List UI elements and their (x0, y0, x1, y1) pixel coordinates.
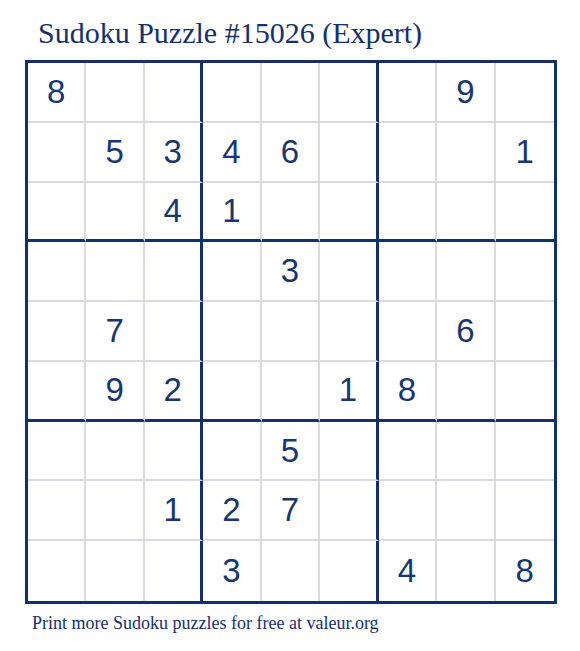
cell-r4c4 (203, 242, 261, 302)
cell-r5c9 (496, 302, 554, 362)
cell-r6c2: 9 (86, 362, 144, 422)
cell-r4c1 (28, 242, 86, 302)
cell-r4c7 (379, 242, 437, 302)
cell-r6c9 (496, 362, 554, 422)
cell-r1c6 (320, 63, 378, 123)
cell-r3c5 (262, 183, 320, 243)
cell-r7c3 (145, 422, 203, 482)
cell-r9c6 (320, 541, 378, 601)
cell-r1c3 (145, 63, 203, 123)
cell-r3c9 (496, 183, 554, 243)
cell-r5c8: 6 (437, 302, 495, 362)
cell-r6c5 (262, 362, 320, 422)
cell-r2c2: 5 (86, 123, 144, 183)
cell-r9c3 (145, 541, 203, 601)
cell-r2c3: 3 (145, 123, 203, 183)
cell-r6c3: 2 (145, 362, 203, 422)
cell-r9c8 (437, 541, 495, 601)
cell-r9c9: 8 (496, 541, 554, 601)
cell-r2c1 (28, 123, 86, 183)
cell-r6c6: 1 (320, 362, 378, 422)
cell-r8c8 (437, 481, 495, 541)
cell-r2c8 (437, 123, 495, 183)
cell-r4c3 (145, 242, 203, 302)
cell-r5c3 (145, 302, 203, 362)
cell-r4c6 (320, 242, 378, 302)
cell-r4c9 (496, 242, 554, 302)
cell-r1c7 (379, 63, 437, 123)
cell-r6c1 (28, 362, 86, 422)
cell-r1c2 (86, 63, 144, 123)
cell-r3c7 (379, 183, 437, 243)
cell-r7c4 (203, 422, 261, 482)
cell-r6c4 (203, 362, 261, 422)
cell-r8c7 (379, 481, 437, 541)
cell-r8c1 (28, 481, 86, 541)
cell-r5c1 (28, 302, 86, 362)
cell-r1c1: 8 (28, 63, 86, 123)
cell-r4c5: 3 (262, 242, 320, 302)
cell-r3c6 (320, 183, 378, 243)
cell-r9c7: 4 (379, 541, 437, 601)
cell-r3c8 (437, 183, 495, 243)
cell-r8c3: 1 (145, 481, 203, 541)
footer-text: Print more Sudoku puzzles for free at va… (32, 613, 379, 634)
cell-r7c1 (28, 422, 86, 482)
cell-r6c7: 8 (379, 362, 437, 422)
cell-r9c5 (262, 541, 320, 601)
cell-r8c9 (496, 481, 554, 541)
cell-r7c8 (437, 422, 495, 482)
cell-r9c4: 3 (203, 541, 261, 601)
cell-r7c9 (496, 422, 554, 482)
cell-r1c9 (496, 63, 554, 123)
cell-r3c3: 4 (145, 183, 203, 243)
cell-r1c5 (262, 63, 320, 123)
cell-r1c4 (203, 63, 261, 123)
cell-r2c7 (379, 123, 437, 183)
cell-r3c4: 1 (203, 183, 261, 243)
cell-r4c2 (86, 242, 144, 302)
cell-r3c2 (86, 183, 144, 243)
sudoku-board: 89534614137692185127348 (25, 60, 557, 604)
cell-r2c4: 4 (203, 123, 261, 183)
cell-r9c1 (28, 541, 86, 601)
cell-r5c2: 7 (86, 302, 144, 362)
cell-r1c8: 9 (437, 63, 495, 123)
cell-r5c7 (379, 302, 437, 362)
cell-r3c1 (28, 183, 86, 243)
cell-r9c2 (86, 541, 144, 601)
cell-r5c4 (203, 302, 261, 362)
cell-r2c9: 1 (496, 123, 554, 183)
cell-r5c5 (262, 302, 320, 362)
cell-r8c4: 2 (203, 481, 261, 541)
cell-r7c6 (320, 422, 378, 482)
cell-r7c2 (86, 422, 144, 482)
cell-r8c2 (86, 481, 144, 541)
page-title: Sudoku Puzzle #15026 (Expert) (38, 16, 422, 50)
cell-r8c6 (320, 481, 378, 541)
cell-r6c8 (437, 362, 495, 422)
cell-r2c6 (320, 123, 378, 183)
cell-r7c7 (379, 422, 437, 482)
cell-r2c5: 6 (262, 123, 320, 183)
cell-r7c5: 5 (262, 422, 320, 482)
cell-r4c8 (437, 242, 495, 302)
sudoku-page: Sudoku Puzzle #15026 (Expert) 8953461413… (0, 0, 580, 651)
cell-r8c5: 7 (262, 481, 320, 541)
cell-r5c6 (320, 302, 378, 362)
